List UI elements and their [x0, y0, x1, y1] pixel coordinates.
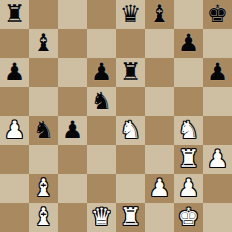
white-pawn[interactable]: ♟ [0, 116, 29, 145]
square-a7[interactable] [0, 29, 29, 58]
square-g1[interactable]: ♚ [174, 203, 203, 232]
square-e4[interactable]: ♞ [116, 116, 145, 145]
square-b2[interactable]: ♝ [29, 174, 58, 203]
square-e1[interactable]: ♜ [116, 203, 145, 232]
square-c8[interactable] [58, 0, 87, 29]
black-bishop[interactable]: ♝ [29, 29, 58, 58]
square-b8[interactable] [29, 0, 58, 29]
square-h3[interactable]: ♟ [203, 145, 232, 174]
square-c3[interactable] [58, 145, 87, 174]
square-b5[interactable] [29, 87, 58, 116]
square-d6[interactable]: ♟ [87, 58, 116, 87]
square-a4[interactable]: ♟ [0, 116, 29, 145]
black-king[interactable]: ♚ [203, 0, 232, 29]
square-c5[interactable] [58, 87, 87, 116]
square-b3[interactable] [29, 145, 58, 174]
square-f1[interactable] [145, 203, 174, 232]
square-h5[interactable] [203, 87, 232, 116]
square-d8[interactable] [87, 0, 116, 29]
square-b1[interactable]: ♝ [29, 203, 58, 232]
square-g4[interactable]: ♞ [174, 116, 203, 145]
square-a5[interactable] [0, 87, 29, 116]
black-pawn[interactable]: ♟ [174, 29, 203, 58]
square-h8[interactable]: ♚ [203, 0, 232, 29]
white-rook[interactable]: ♜ [174, 145, 203, 174]
black-knight[interactable]: ♞ [29, 116, 58, 145]
white-queen[interactable]: ♛ [87, 203, 116, 232]
square-h1[interactable] [203, 203, 232, 232]
square-b4[interactable]: ♞ [29, 116, 58, 145]
black-bishop[interactable]: ♝ [145, 0, 174, 29]
square-e7[interactable] [116, 29, 145, 58]
square-c6[interactable] [58, 58, 87, 87]
white-king[interactable]: ♚ [174, 203, 203, 232]
square-g8[interactable] [174, 0, 203, 29]
white-knight[interactable]: ♞ [174, 116, 203, 145]
square-a3[interactable] [0, 145, 29, 174]
square-h4[interactable] [203, 116, 232, 145]
square-e8[interactable]: ♛ [116, 0, 145, 29]
square-d4[interactable] [87, 116, 116, 145]
square-e2[interactable] [116, 174, 145, 203]
square-h7[interactable] [203, 29, 232, 58]
chess-board: ♜♛♝♚♝♟♟♟♜♟♞♟♞♟♞♞♜♟♝♟♟♝♛♜♚ [0, 0, 232, 232]
square-h6[interactable]: ♟ [203, 58, 232, 87]
square-d5[interactable]: ♞ [87, 87, 116, 116]
square-e6[interactable]: ♜ [116, 58, 145, 87]
square-f4[interactable] [145, 116, 174, 145]
black-rook[interactable]: ♜ [0, 0, 29, 29]
square-e5[interactable] [116, 87, 145, 116]
white-pawn[interactable]: ♟ [203, 145, 232, 174]
white-pawn[interactable]: ♟ [145, 174, 174, 203]
square-d2[interactable] [87, 174, 116, 203]
square-f5[interactable] [145, 87, 174, 116]
white-knight[interactable]: ♞ [116, 116, 145, 145]
black-pawn[interactable]: ♟ [0, 58, 29, 87]
white-rook[interactable]: ♜ [116, 203, 145, 232]
square-e3[interactable] [116, 145, 145, 174]
square-c1[interactable] [58, 203, 87, 232]
square-f2[interactable]: ♟ [145, 174, 174, 203]
square-a1[interactable] [0, 203, 29, 232]
black-rook[interactable]: ♜ [116, 58, 145, 87]
square-f3[interactable] [145, 145, 174, 174]
square-d1[interactable]: ♛ [87, 203, 116, 232]
white-bishop[interactable]: ♝ [29, 203, 58, 232]
white-bishop[interactable]: ♝ [29, 174, 58, 203]
square-g5[interactable] [174, 87, 203, 116]
square-d7[interactable] [87, 29, 116, 58]
black-knight[interactable]: ♞ [87, 87, 116, 116]
square-g3[interactable]: ♜ [174, 145, 203, 174]
square-c2[interactable] [58, 174, 87, 203]
black-pawn[interactable]: ♟ [58, 116, 87, 145]
square-d3[interactable] [87, 145, 116, 174]
square-f7[interactable] [145, 29, 174, 58]
square-g2[interactable]: ♟ [174, 174, 203, 203]
square-f6[interactable] [145, 58, 174, 87]
square-a6[interactable]: ♟ [0, 58, 29, 87]
black-pawn[interactable]: ♟ [87, 58, 116, 87]
square-a8[interactable]: ♜ [0, 0, 29, 29]
square-b6[interactable] [29, 58, 58, 87]
black-pawn[interactable]: ♟ [203, 58, 232, 87]
square-h2[interactable] [203, 174, 232, 203]
square-c4[interactable]: ♟ [58, 116, 87, 145]
black-queen[interactable]: ♛ [116, 0, 145, 29]
square-b7[interactable]: ♝ [29, 29, 58, 58]
square-g7[interactable]: ♟ [174, 29, 203, 58]
white-pawn[interactable]: ♟ [174, 174, 203, 203]
square-g6[interactable] [174, 58, 203, 87]
square-f8[interactable]: ♝ [145, 0, 174, 29]
square-a2[interactable] [0, 174, 29, 203]
square-c7[interactable] [58, 29, 87, 58]
